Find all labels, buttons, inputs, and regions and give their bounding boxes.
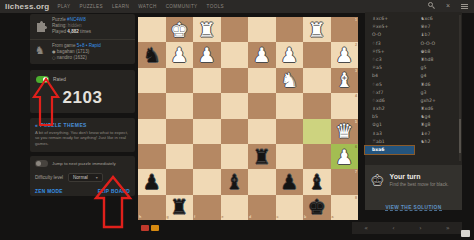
coord-file-a: a [332, 215, 334, 219]
move-4-black[interactable]: O-O-O [414, 40, 463, 48]
chevron-down-icon: ▾ [96, 175, 98, 180]
square-a3[interactable]: ♝3 [331, 68, 359, 93]
white-pawn-g2[interactable]: ♟ [170, 45, 188, 65]
move-4-white[interactable]: ♘f3 [365, 40, 414, 48]
footer-badge-red [141, 225, 149, 231]
coord-rank-3: 3 [355, 69, 357, 73]
move-6-white[interactable]: ♘c3 [365, 56, 414, 64]
your-turn-panel: ♚ Your turn Find the best move for black… [365, 165, 462, 210]
square-f1[interactable]: ♜ [193, 17, 221, 42]
move-1-white[interactable]: ♗xc6+ [365, 15, 414, 23]
square-g4[interactable] [166, 93, 194, 118]
move-17-black [414, 146, 463, 154]
move-row-13: b5♞g4 [365, 113, 462, 121]
black-pawn-h7[interactable]: ♟ [143, 172, 161, 192]
view-solution-button[interactable]: VIEW THE SOLUTION [385, 205, 441, 211]
move-2-black[interactable]: ♛e7 [414, 23, 463, 31]
square-b8[interactable]: ♚b [303, 195, 331, 220]
white-pawn-c2[interactable]: ♟ [280, 45, 298, 65]
square-c3[interactable]: ♞ [276, 68, 304, 93]
move-14-white[interactable]: ♔g1 [365, 121, 414, 129]
move-list: ♗xc6+♞xc6♕xe5+♛e7O-O♝b7♘f3O-O-O♕f5+♚b8♘c… [365, 12, 462, 165]
move-row-5: ♕f5+♚b8 [365, 48, 462, 56]
your-turn-subtitle: Find the best move for black. [390, 182, 449, 187]
prev-move-button[interactable]: ‹ [392, 225, 394, 231]
move-9-black[interactable]: ♜d6 [414, 81, 463, 89]
coord-rank-8: 8 [355, 196, 357, 200]
square-d4[interactable] [248, 93, 276, 118]
white-bishop-a3[interactable]: ♝ [335, 70, 353, 90]
move-row-12: ♗xh2♜xd6 [365, 105, 462, 113]
coord-file-b: b [304, 215, 306, 219]
square-g1[interactable]: ♚ [166, 17, 194, 42]
square-h8[interactable]: h [138, 195, 166, 220]
square-d5[interactable] [248, 119, 276, 144]
white-pawn-a2[interactable]: ♟ [335, 45, 353, 65]
move-row-14: ♔g1♜g8 [365, 121, 462, 129]
square-b4[interactable] [303, 93, 331, 118]
lichess-logo[interactable]: lichess.org [5, 2, 49, 11]
move-13-black[interactable]: ♞g4 [414, 113, 463, 121]
move-row-11: ♘xd6gxh2+ [365, 97, 462, 105]
white-queen-a5[interactable]: ♛ [335, 121, 353, 141]
corner-icon[interactable] [461, 230, 470, 237]
move-row-10: ♘xf7g3 [365, 89, 462, 97]
square-e6[interactable] [221, 144, 249, 169]
white-pawn-f2[interactable]: ♟ [198, 45, 216, 65]
move-10-white[interactable]: ♘xf7 [365, 89, 414, 97]
move-17-white[interactable]: bxa6 [365, 146, 414, 154]
move-row-6: ♘c3♜hd8 [365, 56, 462, 64]
lichess-puzzle-page: lichess.org PLAYPUZZLESLEARNWATCHCOMMUNI… [0, 0, 474, 240]
square-a8[interactable]: 8a [331, 195, 359, 220]
nav-item-play[interactable]: PLAY [57, 4, 70, 9]
white-rook-f1[interactable]: ♜ [198, 20, 216, 40]
square-g3[interactable] [166, 68, 194, 93]
square-f5[interactable] [193, 119, 221, 144]
square-e1[interactable] [221, 17, 249, 42]
square-b5[interactable] [303, 119, 331, 144]
square-e2[interactable] [221, 42, 249, 67]
square-g2[interactable]: ♟ [166, 42, 194, 67]
jump-next-toggle[interactable] [35, 160, 48, 167]
rated-toggle[interactable] [36, 76, 49, 83]
puzzle-settings-panel: Jump to next puzzle immediately Difficul… [30, 156, 135, 196]
square-f6[interactable] [193, 144, 221, 169]
nav-item-tools[interactable]: TOOLS [207, 4, 225, 9]
game-link[interactable]: 5+8 • Rapid [77, 43, 101, 48]
coord-file-f: f [194, 215, 195, 219]
move-2-white[interactable]: ♕xe5+ [365, 23, 414, 31]
square-e5[interactable] [221, 119, 249, 144]
move-3-white[interactable]: O-O [365, 31, 414, 39]
square-h4[interactable] [138, 93, 166, 118]
move-5-black[interactable]: ♚b8 [414, 48, 463, 56]
black-color-icon: ○ [52, 55, 56, 60]
move-row-15: ♗a3♝e7 [365, 130, 462, 138]
footer-badge-orange [151, 225, 159, 231]
difficulty-select[interactable]: Normal▾ [68, 173, 103, 182]
black-bishop-e7[interactable]: ♝ [225, 172, 243, 192]
nav-item-community[interactable]: COMMUNITY [166, 4, 198, 9]
white-pawn-a6[interactable]: ♟ [335, 147, 353, 167]
square-b1[interactable]: ♜ [303, 17, 331, 42]
move-12-white[interactable]: ♗xh2 [365, 105, 414, 113]
square-e8[interactable]: e [221, 195, 249, 220]
square-h6[interactable] [138, 144, 166, 169]
jump-next-label: Jump to next puzzle immediately [52, 161, 116, 166]
nav-item-watch[interactable]: WATCH [138, 4, 156, 9]
square-e4[interactable] [221, 93, 249, 118]
square-d6[interactable]: ♜ [248, 144, 276, 169]
move-8-black[interactable]: g4 [414, 72, 463, 80]
square-h2[interactable]: ♞ [138, 42, 166, 67]
puzzle-info-panel: Puzzle #NC4W8 Rating: hidden Played 4,88… [30, 14, 135, 64]
black-rook-g8[interactable]: ♜ [170, 197, 188, 217]
user-menu-icon[interactable] [461, 3, 468, 10]
zen-mode-button[interactable]: ZEN MODE [35, 189, 63, 194]
move-15-black[interactable]: ♝e7 [414, 130, 463, 138]
puzzle-themes-header[interactable]: « PUZZLE THEMES [35, 122, 130, 128]
replay-controls: « ‹ › » [352, 222, 462, 234]
square-g8[interactable]: ♜g [166, 195, 194, 220]
challenges-icon[interactable]: × [446, 2, 450, 10]
square-a2[interactable]: ♟2 [331, 42, 359, 67]
rated-label: Rated [53, 77, 66, 82]
square-c8[interactable]: c [276, 195, 304, 220]
move-15-white[interactable]: ♗a3 [365, 130, 414, 138]
black-bishop-b7[interactable]: ♝ [308, 172, 326, 192]
square-c7[interactable]: ♟ [276, 169, 304, 194]
move-row-8: b4g4 [365, 72, 462, 80]
main-nav: PLAYPUZZLESLEARNWATCHCOMMUNITYTOOLS [57, 4, 224, 9]
white-king-g1[interactable]: ♚ [170, 20, 188, 40]
square-b7[interactable]: ♝ [303, 169, 331, 194]
move-11-black[interactable]: gxh2+ [414, 97, 463, 105]
search-icon[interactable] [428, 2, 435, 10]
puzzle-icon [35, 19, 47, 37]
move-row-7: ♕a5g5 [365, 64, 462, 72]
square-d3[interactable] [248, 68, 276, 93]
coord-rank-5: 5 [355, 120, 357, 124]
square-c5[interactable] [276, 119, 304, 144]
square-a4[interactable]: 4 [331, 93, 359, 118]
move-14-black[interactable]: ♜g8 [414, 121, 463, 129]
square-a7[interactable]: 7 [331, 169, 359, 194]
square-e3[interactable] [221, 68, 249, 93]
move-row-3: O-O♝b7 [365, 31, 462, 39]
collapse-icon: « [35, 122, 38, 128]
coord-file-h: h [139, 215, 141, 219]
square-b3[interactable] [303, 68, 331, 93]
flip-board-button[interactable]: FLIP BOARD [98, 189, 130, 194]
move-5-white[interactable]: ♕f5+ [365, 48, 414, 56]
last-move-button[interactable]: » [446, 225, 450, 231]
coord-file-c: c [277, 215, 279, 219]
move-16-white[interactable]: ♖ab1 [365, 138, 414, 146]
black-king-b8[interactable]: ♚ [308, 197, 326, 217]
move-row-16: ♖ab1♞h2 [365, 138, 462, 146]
move-12-black[interactable]: ♜xd6 [414, 105, 463, 113]
move-7-black[interactable]: g5 [414, 64, 463, 72]
move-8-white[interactable]: b4 [365, 72, 414, 80]
move-11-white[interactable]: ♘xd6 [365, 97, 414, 105]
square-h7[interactable]: ♟ [138, 169, 166, 194]
move-6-black[interactable]: ♜hd8 [414, 56, 463, 64]
user-puzzle-rating: 2103 [36, 88, 129, 108]
coord-file-d: d [249, 215, 251, 219]
move-list-scrollbar[interactable] [459, 15, 461, 161]
black-knight-h2[interactable]: ♞ [143, 45, 161, 65]
square-e7[interactable]: ♝ [221, 169, 249, 194]
move-row-1: ♗xc6+♞xc6 [365, 15, 462, 23]
coord-rank-1: 1 [355, 18, 357, 22]
white-rook-b1[interactable]: ♜ [308, 20, 326, 40]
square-f8[interactable]: f [193, 195, 221, 220]
square-f2[interactable]: ♟ [193, 42, 221, 67]
square-a5[interactable]: ♛5 [331, 119, 359, 144]
move-row-2: ♕xe5+♛e7 [365, 23, 462, 31]
square-d2[interactable]: ♟ [248, 42, 276, 67]
rating-panel: Rated 2103 [30, 70, 135, 113]
nav-item-learn[interactable]: LEARN [112, 4, 129, 9]
square-b2[interactable] [303, 42, 331, 67]
theme-description: A bit of everything. You don't know what… [35, 130, 130, 146]
square-h3[interactable] [138, 68, 166, 93]
chess-board[interactable]: ♚♜♜1♞♟♟♟♟♟2♞♝34♛5♜♟6♟♝♟♝7h♜gfedc♚b8a [138, 17, 358, 220]
square-c4[interactable] [276, 93, 304, 118]
move-10-black[interactable]: g3 [414, 89, 463, 97]
square-g6[interactable] [166, 144, 194, 169]
next-move-button[interactable]: › [419, 225, 421, 231]
square-b6[interactable] [303, 144, 331, 169]
white-color-icon: ● [52, 49, 56, 54]
move-3-black[interactable]: ♝b7 [414, 31, 463, 39]
knight-icon: ♞ [35, 45, 45, 57]
move-9-white[interactable]: ♘e5 [365, 81, 414, 89]
move-1-black[interactable]: ♞xc6 [414, 15, 463, 23]
square-h1[interactable] [138, 17, 166, 42]
square-c6[interactable] [276, 144, 304, 169]
black-player-line[interactable]: ○ nandiro (1632) [52, 55, 131, 61]
black-king-icon: ♚ [371, 173, 384, 187]
square-c2[interactable]: ♟ [276, 42, 304, 67]
move-row-17: bxa6 [365, 146, 462, 154]
white-pawn-d2[interactable]: ♟ [253, 45, 271, 65]
square-g7[interactable] [166, 169, 194, 194]
your-turn-title: Your turn [390, 173, 449, 180]
coord-rank-6: 6 [355, 145, 357, 149]
square-g5[interactable] [166, 119, 194, 144]
coord-rank-7: 7 [355, 170, 357, 174]
square-f3[interactable] [193, 68, 221, 93]
square-h5[interactable] [138, 119, 166, 144]
coord-file-g: g [167, 215, 169, 219]
black-rook-d6[interactable]: ♜ [253, 147, 271, 167]
coord-rank-2: 2 [355, 43, 357, 47]
puzzle-id-link[interactable]: #NC4W8 [67, 17, 86, 22]
puzzle-played-line: Played 4,882 times [52, 29, 131, 35]
nav-item-puzzles[interactable]: PUZZLES [79, 4, 102, 9]
square-c1[interactable] [276, 17, 304, 42]
square-a6[interactable]: ♟6 [331, 144, 359, 169]
first-move-button[interactable]: « [364, 225, 368, 231]
move-7-white[interactable]: ♕a5 [365, 64, 414, 72]
move-13-white[interactable]: b5 [365, 113, 414, 121]
difficulty-label: Difficulty level [35, 175, 63, 180]
coord-file-e: e [222, 215, 224, 219]
square-d1[interactable] [248, 17, 276, 42]
square-f4[interactable] [193, 93, 221, 118]
square-f7[interactable] [193, 169, 221, 194]
square-d8[interactable]: d [248, 195, 276, 220]
coord-rank-4: 4 [355, 94, 357, 98]
puzzle-themes-panel: « PUZZLE THEMES A bit of everything. You… [30, 118, 135, 152]
square-d7[interactable] [248, 169, 276, 194]
black-pawn-c7[interactable]: ♟ [280, 172, 298, 192]
move-16-black[interactable]: ♞h2 [414, 138, 463, 146]
move-row-9: ♘e5♜d6 [365, 81, 462, 89]
white-knight-c3[interactable]: ♞ [280, 70, 298, 90]
move-row-4: ♘f3O-O-O [365, 40, 462, 48]
square-a1[interactable]: 1 [331, 17, 359, 42]
